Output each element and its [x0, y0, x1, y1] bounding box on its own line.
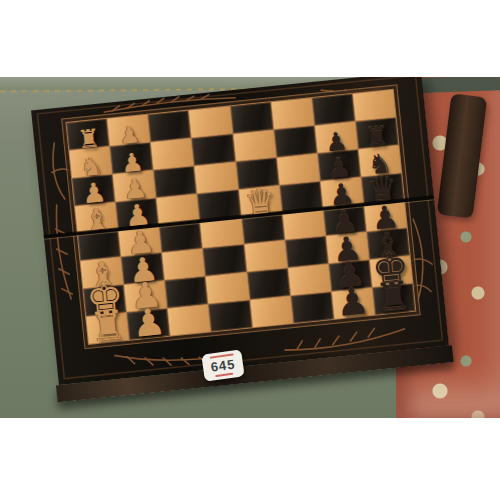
piece-black-rook-h1: ♜ [373, 275, 413, 318]
square-c1 [168, 305, 211, 336]
square-c3 [162, 249, 205, 280]
square-d6 [195, 162, 238, 193]
square-c8 [148, 111, 191, 142]
square-f6 [277, 154, 320, 185]
piece-white-rook-a1: ♜ [88, 304, 128, 347]
piece-white-pawn-b7: ♟ [120, 148, 145, 175]
square-d2 [206, 273, 249, 304]
piece-white-pawn-b8: ♟ [118, 123, 141, 148]
square-e3 [244, 241, 287, 272]
square-c7 [151, 138, 194, 169]
square-e8 [230, 102, 273, 133]
auction-photo-page: ♜♟♞♟♟♟♝♟♛♟♝♟♚♟♜♟♟♜♟♞♟♛♟♟♟♝♟♚♟♜ 645 [0, 0, 500, 500]
board-front-edge [56, 345, 454, 402]
piece-black-pawn-g1: ♟ [334, 282, 371, 322]
piece-white-rook-a8: ♜ [76, 125, 101, 152]
square-f2 [288, 265, 331, 296]
square-d8 [189, 106, 232, 137]
square-c2 [165, 277, 208, 308]
square-e2 [247, 269, 290, 300]
photo-area: ♜♟♞♟♟♟♝♟♛♟♝♟♚♟♜♟♟♜♟♞♟♛♟♟♟♝♟♚♟♜ 645 [0, 77, 500, 418]
piece-white-knight-a7: ♞ [79, 153, 104, 180]
board-grid: ♜♟♞♟♟♟♝♟♛♟♝♟♚♟♜♟♟♜♟♞♟♛♟♟♟♝♟♚♟♜ [67, 90, 416, 344]
square-g8 [312, 94, 355, 125]
square-d1 [209, 301, 252, 332]
square-f1 [291, 292, 334, 323]
piece-white-bishop-a5: ♝ [83, 204, 112, 235]
square-d7 [192, 134, 235, 165]
piece-black-rook-h7: ♜ [364, 122, 391, 151]
square-d3 [203, 245, 246, 276]
piece-black-pawn-g7: ♟ [324, 128, 349, 155]
square-h8 [353, 90, 396, 121]
square-c6 [154, 166, 197, 197]
piece-white-pawn-b1: ♟ [130, 303, 167, 343]
lot-sticker: 645 [201, 349, 244, 381]
square-f7 [274, 126, 317, 157]
square-f8 [271, 98, 314, 129]
square-e7 [233, 130, 276, 161]
square-e1 [250, 296, 293, 327]
square-f3 [285, 237, 328, 268]
chess-board: ♜♟♞♟♟♟♝♟♛♟♝♟♚♟♜♟♟♜♟♞♟♛♟♟♟♝♟♚♟♜ [31, 77, 449, 385]
piece-white-queen-e5: ♛ [243, 183, 277, 220]
